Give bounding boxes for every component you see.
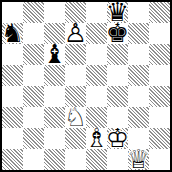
square-d4[interactable] <box>65 86 86 107</box>
piece-black-knight[interactable]: ♞♞ <box>2 23 23 44</box>
square-a5[interactable] <box>2 65 23 86</box>
square-h3[interactable] <box>149 107 170 128</box>
square-g4[interactable] <box>128 86 149 107</box>
black-knight-icon: ♞ <box>2 23 23 44</box>
square-h2[interactable] <box>149 128 170 149</box>
square-g5[interactable] <box>128 65 149 86</box>
square-a7[interactable]: ♞♞ <box>2 23 23 44</box>
square-a8[interactable] <box>2 2 23 23</box>
piece-white-king[interactable]: ♚♔ <box>107 128 128 149</box>
square-d3[interactable]: ♞♘ <box>65 107 86 128</box>
white-king-icon: ♔ <box>107 128 128 149</box>
black-king-icon: ♚ <box>107 23 128 44</box>
square-g3[interactable] <box>128 107 149 128</box>
square-c8[interactable] <box>44 2 65 23</box>
square-h6[interactable] <box>149 44 170 65</box>
square-b7[interactable] <box>23 23 44 44</box>
square-f2[interactable]: ♚♔ <box>107 128 128 149</box>
square-h8[interactable] <box>149 2 170 23</box>
square-e5[interactable] <box>86 65 107 86</box>
square-f3[interactable] <box>107 107 128 128</box>
square-h1[interactable] <box>149 149 170 170</box>
square-f1[interactable] <box>107 149 128 170</box>
square-d1[interactable] <box>65 149 86 170</box>
square-h5[interactable] <box>149 65 170 86</box>
square-b5[interactable] <box>23 65 44 86</box>
white-pawn-icon: ♙ <box>65 23 86 44</box>
square-f6[interactable] <box>107 44 128 65</box>
square-b1[interactable] <box>23 149 44 170</box>
square-b4[interactable] <box>23 86 44 107</box>
square-a4[interactable] <box>2 86 23 107</box>
square-g7[interactable] <box>128 23 149 44</box>
piece-white-knight[interactable]: ♞♘ <box>65 107 86 128</box>
square-e1[interactable] <box>86 149 107 170</box>
square-d5[interactable] <box>65 65 86 86</box>
piece-black-bishop[interactable]: ♝♝ <box>44 44 65 65</box>
square-d2[interactable] <box>65 128 86 149</box>
white-knight-icon: ♘ <box>65 107 86 128</box>
piece-black-king[interactable]: ♚♚ <box>107 23 128 44</box>
square-c4[interactable] <box>44 86 65 107</box>
square-c3[interactable] <box>44 107 65 128</box>
square-b8[interactable] <box>23 2 44 23</box>
square-a1[interactable] <box>2 149 23 170</box>
square-b2[interactable] <box>23 128 44 149</box>
square-d7[interactable]: ♟♙ <box>65 23 86 44</box>
chess-diagram: ♛♛♞♞♟♙♚♚♝♝♞♘♝♗♚♔♛♕ <box>0 0 172 172</box>
square-f5[interactable] <box>107 65 128 86</box>
square-b3[interactable] <box>23 107 44 128</box>
square-c2[interactable] <box>44 128 65 149</box>
square-h7[interactable] <box>149 23 170 44</box>
square-b6[interactable] <box>23 44 44 65</box>
square-a2[interactable] <box>2 128 23 149</box>
square-c5[interactable] <box>44 65 65 86</box>
square-e8[interactable] <box>86 2 107 23</box>
square-e4[interactable] <box>86 86 107 107</box>
square-d6[interactable] <box>65 44 86 65</box>
square-g8[interactable] <box>128 2 149 23</box>
square-d8[interactable] <box>65 2 86 23</box>
square-g6[interactable] <box>128 44 149 65</box>
chessboard: ♛♛♞♞♟♙♚♚♝♝♞♘♝♗♚♔♛♕ <box>0 0 172 172</box>
white-queen-icon: ♕ <box>128 149 149 170</box>
square-a6[interactable] <box>2 44 23 65</box>
square-e7[interactable] <box>86 23 107 44</box>
square-e3[interactable] <box>86 107 107 128</box>
black-bishop-icon: ♝ <box>44 44 65 65</box>
piece-white-bishop[interactable]: ♝♗ <box>86 128 107 149</box>
piece-black-queen[interactable]: ♛♛ <box>107 2 128 23</box>
square-c7[interactable] <box>44 23 65 44</box>
square-f8[interactable]: ♛♛ <box>107 2 128 23</box>
square-g2[interactable] <box>128 128 149 149</box>
square-c1[interactable] <box>44 149 65 170</box>
square-c6[interactable]: ♝♝ <box>44 44 65 65</box>
square-e2[interactable]: ♝♗ <box>86 128 107 149</box>
square-a3[interactable] <box>2 107 23 128</box>
square-e6[interactable] <box>86 44 107 65</box>
square-h4[interactable] <box>149 86 170 107</box>
piece-white-pawn[interactable]: ♟♙ <box>65 23 86 44</box>
square-f7[interactable]: ♚♚ <box>107 23 128 44</box>
square-g1[interactable]: ♛♕ <box>128 149 149 170</box>
piece-white-queen[interactable]: ♛♕ <box>128 149 149 170</box>
black-queen-icon: ♛ <box>107 2 128 23</box>
square-f4[interactable] <box>107 86 128 107</box>
white-bishop-icon: ♗ <box>86 128 107 149</box>
